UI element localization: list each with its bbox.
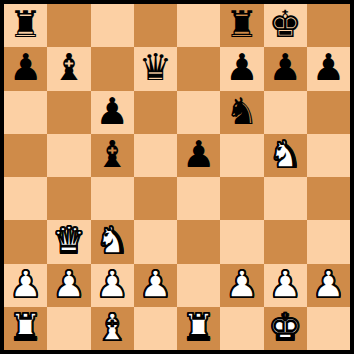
square-g4[interactable] bbox=[264, 177, 307, 220]
square-a4[interactable] bbox=[4, 177, 47, 220]
square-b3[interactable]: ♛ bbox=[47, 220, 90, 263]
square-d1[interactable] bbox=[134, 307, 177, 350]
square-g3[interactable] bbox=[264, 220, 307, 263]
square-a3[interactable] bbox=[4, 220, 47, 263]
square-f2[interactable]: ♟ bbox=[220, 264, 263, 307]
square-g8[interactable]: ♚ bbox=[264, 4, 307, 47]
square-e7[interactable] bbox=[177, 47, 220, 90]
square-h1[interactable] bbox=[307, 307, 350, 350]
square-a1[interactable]: ♜ bbox=[4, 307, 47, 350]
square-f6[interactable]: ♞ bbox=[220, 91, 263, 134]
piece-white-knight[interactable]: ♞ bbox=[269, 136, 302, 173]
piece-black-rook[interactable]: ♜ bbox=[225, 6, 258, 43]
square-d4[interactable] bbox=[134, 177, 177, 220]
piece-black-pawn[interactable]: ♟ bbox=[182, 136, 215, 173]
square-e2[interactable] bbox=[177, 264, 220, 307]
piece-white-pawn[interactable]: ♟ bbox=[52, 266, 85, 303]
square-b7[interactable]: ♝ bbox=[47, 47, 90, 90]
piece-white-pawn[interactable]: ♟ bbox=[9, 266, 42, 303]
square-c5[interactable]: ♝ bbox=[91, 134, 134, 177]
piece-white-king[interactable]: ♚ bbox=[269, 309, 302, 346]
square-f7[interactable]: ♟ bbox=[220, 47, 263, 90]
piece-black-knight[interactable]: ♞ bbox=[225, 93, 258, 130]
square-b4[interactable] bbox=[47, 177, 90, 220]
square-f5[interactable] bbox=[220, 134, 263, 177]
square-a2[interactable]: ♟ bbox=[4, 264, 47, 307]
square-d5[interactable] bbox=[134, 134, 177, 177]
square-c7[interactable] bbox=[91, 47, 134, 90]
piece-black-queen[interactable]: ♛ bbox=[139, 49, 172, 86]
square-e8[interactable] bbox=[177, 4, 220, 47]
piece-black-pawn[interactable]: ♟ bbox=[9, 49, 42, 86]
square-g6[interactable] bbox=[264, 91, 307, 134]
piece-black-rook[interactable]: ♜ bbox=[9, 6, 42, 43]
square-b8[interactable] bbox=[47, 4, 90, 47]
square-c8[interactable] bbox=[91, 4, 134, 47]
piece-white-pawn[interactable]: ♟ bbox=[312, 266, 345, 303]
square-c1[interactable]: ♝ bbox=[91, 307, 134, 350]
piece-white-queen[interactable]: ♛ bbox=[52, 222, 85, 259]
square-h8[interactable] bbox=[307, 4, 350, 47]
square-f1[interactable] bbox=[220, 307, 263, 350]
square-c6[interactable]: ♟ bbox=[91, 91, 134, 134]
piece-white-pawn[interactable]: ♟ bbox=[96, 266, 129, 303]
square-g1[interactable]: ♚ bbox=[264, 307, 307, 350]
piece-black-king[interactable]: ♚ bbox=[269, 6, 302, 43]
square-g2[interactable]: ♟ bbox=[264, 264, 307, 307]
square-b1[interactable] bbox=[47, 307, 90, 350]
piece-white-pawn[interactable]: ♟ bbox=[225, 266, 258, 303]
piece-white-pawn[interactable]: ♟ bbox=[269, 266, 302, 303]
square-h5[interactable] bbox=[307, 134, 350, 177]
square-d7[interactable]: ♛ bbox=[134, 47, 177, 90]
square-h6[interactable] bbox=[307, 91, 350, 134]
square-b2[interactable]: ♟ bbox=[47, 264, 90, 307]
piece-white-pawn[interactable]: ♟ bbox=[139, 266, 172, 303]
square-a6[interactable] bbox=[4, 91, 47, 134]
square-h7[interactable]: ♟ bbox=[307, 47, 350, 90]
square-d8[interactable] bbox=[134, 4, 177, 47]
piece-white-rook[interactable]: ♜ bbox=[9, 309, 42, 346]
square-d3[interactable] bbox=[134, 220, 177, 263]
piece-black-bishop[interactable]: ♝ bbox=[96, 136, 129, 173]
square-e4[interactable] bbox=[177, 177, 220, 220]
square-h2[interactable]: ♟ bbox=[307, 264, 350, 307]
piece-black-bishop[interactable]: ♝ bbox=[52, 49, 85, 86]
square-h4[interactable] bbox=[307, 177, 350, 220]
square-c3[interactable]: ♞ bbox=[91, 220, 134, 263]
square-f4[interactable] bbox=[220, 177, 263, 220]
square-c4[interactable] bbox=[91, 177, 134, 220]
square-e1[interactable]: ♜ bbox=[177, 307, 220, 350]
piece-black-pawn[interactable]: ♟ bbox=[225, 49, 258, 86]
square-f3[interactable] bbox=[220, 220, 263, 263]
square-e3[interactable] bbox=[177, 220, 220, 263]
square-b5[interactable] bbox=[47, 134, 90, 177]
square-d6[interactable] bbox=[134, 91, 177, 134]
square-c2[interactable]: ♟ bbox=[91, 264, 134, 307]
square-b6[interactable] bbox=[47, 91, 90, 134]
square-g5[interactable]: ♞ bbox=[264, 134, 307, 177]
piece-black-pawn[interactable]: ♟ bbox=[312, 49, 345, 86]
square-d2[interactable]: ♟ bbox=[134, 264, 177, 307]
square-h3[interactable] bbox=[307, 220, 350, 263]
square-e6[interactable] bbox=[177, 91, 220, 134]
square-g7[interactable]: ♟ bbox=[264, 47, 307, 90]
square-a5[interactable] bbox=[4, 134, 47, 177]
piece-white-knight[interactable]: ♞ bbox=[96, 222, 129, 259]
chess-board-frame: ♜♜♚♟♝♛♟♟♟♟♞♝♟♞♛♞♟♟♟♟♟♟♟♜♝♜♚ bbox=[0, 0, 354, 354]
square-a8[interactable]: ♜ bbox=[4, 4, 47, 47]
square-f8[interactable]: ♜ bbox=[220, 4, 263, 47]
piece-white-rook[interactable]: ♜ bbox=[182, 309, 215, 346]
square-e5[interactable]: ♟ bbox=[177, 134, 220, 177]
piece-black-pawn[interactable]: ♟ bbox=[269, 49, 302, 86]
square-a7[interactable]: ♟ bbox=[4, 47, 47, 90]
chess-board: ♜♜♚♟♝♛♟♟♟♟♞♝♟♞♛♞♟♟♟♟♟♟♟♜♝♜♚ bbox=[4, 4, 350, 350]
piece-white-bishop[interactable]: ♝ bbox=[96, 309, 129, 346]
piece-black-pawn[interactable]: ♟ bbox=[96, 93, 129, 130]
